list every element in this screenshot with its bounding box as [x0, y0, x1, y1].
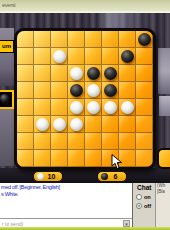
white-disc [104, 101, 117, 114]
white-disc [121, 101, 134, 114]
black-disc [104, 84, 117, 97]
black-disc [121, 50, 134, 63]
reversi-board [14, 28, 156, 170]
board-cell[interactable] [17, 99, 34, 116]
board-cell[interactable] [17, 65, 34, 82]
board-cell[interactable] [85, 150, 102, 167]
board-cell[interactable] [68, 65, 85, 82]
radio-on-button[interactable] [136, 194, 142, 200]
radio-off-label: off [144, 203, 151, 209]
white-score-pill: 10 [33, 171, 63, 182]
board-cell[interactable] [51, 133, 68, 150]
board-cell[interactable] [51, 99, 68, 116]
board-cell[interactable] [68, 150, 85, 167]
board-cell[interactable] [136, 150, 153, 167]
board-cell[interactable] [85, 65, 102, 82]
chat-log: rned off. [Beginner, English] s White. [0, 183, 132, 218]
board-cell[interactable] [68, 116, 85, 133]
background-texture [159, 96, 170, 116]
board-cell[interactable] [102, 48, 119, 65]
board-cell[interactable] [17, 31, 34, 48]
player-list-line: [Bla [156, 189, 170, 195]
window-title-fragment: eversi [2, 2, 15, 8]
board-cell[interactable] [102, 82, 119, 99]
board-cell[interactable] [136, 65, 153, 82]
difficulty-tab-fragment: um [0, 40, 14, 53]
board-cell[interactable] [17, 48, 34, 65]
board-grid [17, 31, 153, 167]
board-cell[interactable] [68, 31, 85, 48]
black-disc-icon [0, 94, 9, 103]
board-cell[interactable] [85, 82, 102, 99]
board-cell[interactable] [34, 116, 51, 133]
board-cell[interactable] [119, 116, 136, 133]
board-cell[interactable] [34, 48, 51, 65]
chat-input[interactable]: r to send) ▾ [0, 218, 132, 227]
board-cell[interactable] [136, 31, 153, 48]
radio-on-label: on [144, 194, 151, 200]
board-cell[interactable] [51, 65, 68, 82]
board-cell[interactable] [102, 133, 119, 150]
chat-status-line: rned off. [Beginner, English] [0, 183, 132, 190]
board-cell[interactable] [85, 99, 102, 116]
board-cell[interactable] [119, 133, 136, 150]
white-disc [70, 101, 83, 114]
board-cell[interactable] [34, 65, 51, 82]
background-texture [0, 108, 14, 166]
chevron-down-icon[interactable]: ▾ [123, 220, 130, 227]
black-disc [70, 84, 83, 97]
board-cell[interactable] [34, 82, 51, 99]
board-cell[interactable] [85, 48, 102, 65]
board-cell[interactable] [51, 150, 68, 167]
board-cell[interactable] [51, 48, 68, 65]
board-cell[interactable] [34, 31, 51, 48]
board-cell[interactable] [119, 31, 136, 48]
white-disc [87, 84, 100, 97]
board-cell[interactable] [119, 99, 136, 116]
board-cell[interactable] [17, 150, 34, 167]
board-cell[interactable] [34, 99, 51, 116]
board-cell[interactable] [136, 48, 153, 65]
title-bar: eversi [0, 0, 170, 13]
background-texture [158, 48, 170, 94]
side-panel-fragment [157, 148, 170, 169]
black-score-value: 6 [108, 173, 123, 180]
board-cell[interactable] [85, 31, 102, 48]
background-texture [0, 28, 14, 86]
white-disc [70, 118, 83, 131]
white-score-value: 10 [44, 173, 59, 180]
reversi-game-window: eversi um 10 6 rned off. [Beginner, Engl… [0, 0, 170, 230]
board-cell[interactable] [119, 65, 136, 82]
score-strip [0, 168, 170, 183]
chat-status-line: s White. [0, 190, 132, 197]
board-cell[interactable] [17, 133, 34, 150]
black-disc [104, 67, 117, 80]
bottom-divider [0, 227, 170, 230]
board-cell[interactable] [102, 99, 119, 116]
board-cell[interactable] [102, 31, 119, 48]
board-cell[interactable] [136, 82, 153, 99]
board-cell[interactable] [136, 133, 153, 150]
white-disc [36, 118, 49, 131]
board-cell[interactable] [85, 133, 102, 150]
white-disc [53, 118, 66, 131]
white-disc [87, 101, 100, 114]
black-disc-icon [101, 173, 108, 180]
black-disc [87, 67, 100, 80]
white-disc-icon [37, 173, 44, 180]
white-disc [53, 50, 66, 63]
board-cell[interactable] [68, 82, 85, 99]
board-cell[interactable] [85, 116, 102, 133]
radio-off-button[interactable] [136, 203, 142, 209]
board-cell[interactable] [119, 82, 136, 99]
board-cell[interactable] [17, 82, 34, 99]
black-disc [138, 33, 151, 46]
board-cell[interactable] [102, 65, 119, 82]
board-cell[interactable] [34, 133, 51, 150]
background-texture [96, 13, 156, 29]
mouse-cursor-icon [111, 154, 123, 170]
board-cell[interactable] [17, 116, 34, 133]
board-cell[interactable] [102, 116, 119, 133]
white-disc [70, 67, 83, 80]
board-cell[interactable] [68, 133, 85, 150]
board-cell[interactable] [34, 150, 51, 167]
board-cell[interactable] [119, 48, 136, 65]
player-list-fragment: (Wh [Bla [155, 183, 170, 227]
board-cell[interactable] [68, 99, 85, 116]
board-cell[interactable] [68, 48, 85, 65]
board-cell[interactable] [51, 116, 68, 133]
black-score-pill: 6 [97, 171, 127, 182]
board-cell[interactable] [51, 82, 68, 99]
board-cell[interactable] [136, 99, 153, 116]
turn-indicator [0, 90, 14, 109]
board-cell[interactable] [51, 31, 68, 48]
board-cell[interactable] [136, 116, 153, 133]
